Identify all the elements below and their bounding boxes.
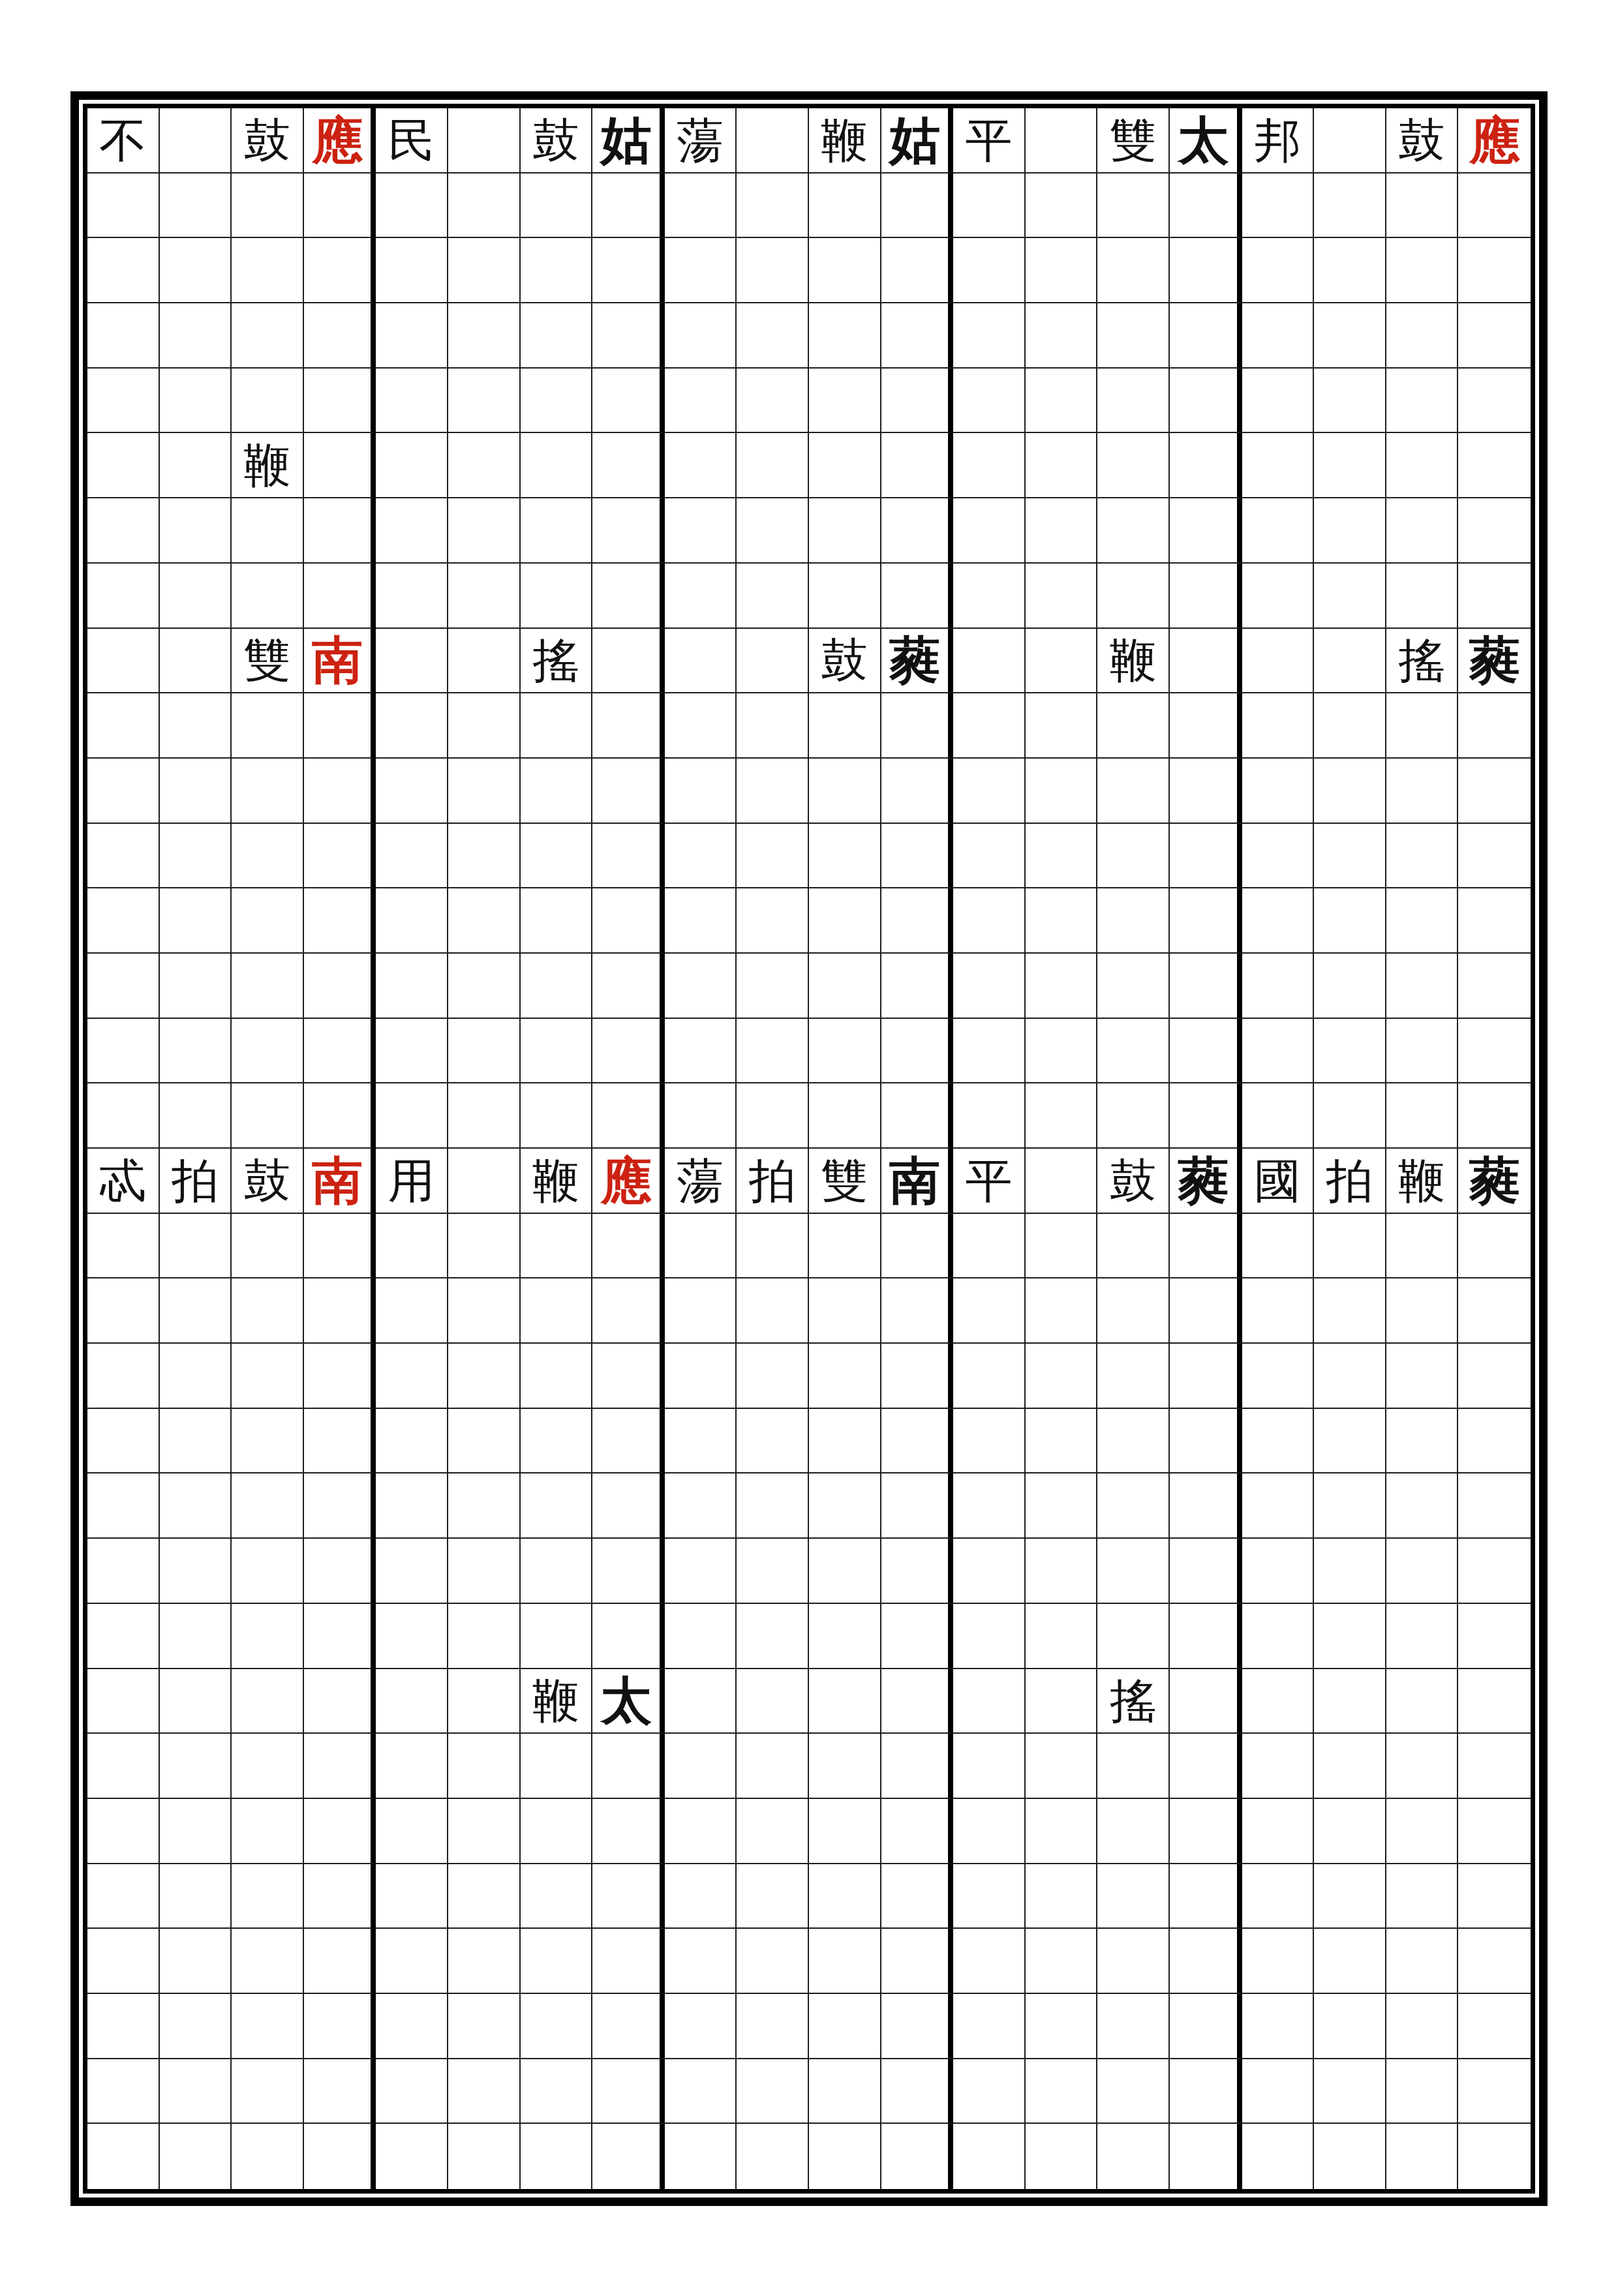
cell-r13-c9 [737,954,809,1019]
cell-r9-c3 [304,693,376,759]
cell-r22-c10 [809,1539,881,1604]
cell-r3-c11 [881,303,954,369]
cell-r12-c7 [592,888,665,954]
cell-r3-c19 [1458,303,1531,369]
cell-r24-c17 [1314,1669,1386,1734]
cell-r19-c10 [809,1344,881,1409]
cell-r17-c11 [881,1214,954,1279]
cell-r12-c18 [1386,888,1459,954]
cell-r11-c2 [232,824,304,889]
cell-r8-c2: 雙 [232,629,304,694]
cell-r3-c2 [232,303,304,369]
cell-r14-c6 [521,1019,593,1084]
cell-r9-c6 [521,693,593,759]
cell-r28-c15 [1170,1929,1242,1994]
cell-r16-c15: 蕤 [1170,1149,1242,1214]
cell-r0-c16: 邦 [1242,108,1315,174]
cell-r24-c3 [304,1669,376,1734]
cell-r0-c5 [448,108,521,174]
cell-r25-c8 [665,1734,737,1799]
cell-r3-c7 [592,303,665,369]
glyph-r0-c14: 雙 [1110,117,1157,164]
cell-r2-c3 [304,238,376,303]
cell-r5-c17 [1314,433,1386,498]
cell-r23-c6 [521,1604,593,1669]
cell-r23-c10 [809,1604,881,1669]
cell-r21-c12 [953,1473,1026,1539]
cell-r11-c6 [521,824,593,889]
cell-r3-c17 [1314,303,1386,369]
cell-r1-c10 [809,174,881,239]
cell-r18-c18 [1386,1278,1459,1344]
cell-r20-c10 [809,1409,881,1474]
cell-r10-c12 [953,759,1026,824]
cell-r15-c15 [1170,1083,1242,1149]
cell-r29-c16 [1242,1994,1315,2059]
cell-r31-c14 [1097,2124,1170,2189]
cell-r22-c0 [87,1539,160,1604]
cell-r8-c6: 搖 [521,629,593,694]
cell-r23-c13 [1026,1604,1098,1669]
cell-r3-c0 [87,303,160,369]
cell-r25-c17 [1314,1734,1386,1799]
cell-r26-c1 [160,1799,232,1864]
cell-r13-c16 [1242,954,1315,1019]
cell-r2-c4 [376,238,448,303]
cell-r5-c13 [1026,433,1098,498]
cell-r12-c15 [1170,888,1242,954]
cell-r21-c16 [1242,1473,1315,1539]
cell-r2-c16 [1242,238,1315,303]
cell-r10-c17 [1314,759,1386,824]
cell-r29-c8 [665,1994,737,2059]
cell-r14-c9 [737,1019,809,1084]
glyph-r0-c16: 邦 [1254,117,1301,164]
cell-r8-c16 [1242,629,1315,694]
glyph-r8-c14: 鞭 [1110,637,1157,684]
cell-r11-c0 [87,824,160,889]
cell-r1-c14 [1097,174,1170,239]
cell-r22-c2 [232,1539,304,1604]
cell-r1-c8 [665,174,737,239]
cell-r8-c9 [737,629,809,694]
cell-r6-c13 [1026,498,1098,564]
cell-r18-c12 [953,1278,1026,1344]
cell-r5-c9 [737,433,809,498]
cell-r21-c6 [521,1473,593,1539]
glyph-r16-c7: 應 [600,1155,651,1206]
cell-r24-c5 [448,1669,521,1734]
cell-r23-c17 [1314,1604,1386,1669]
cell-r8-c12 [953,629,1026,694]
cell-r26-c19 [1458,1799,1531,1864]
cell-r22-c19 [1458,1539,1531,1604]
cell-r28-c3 [304,1929,376,1994]
cell-r9-c15 [1170,693,1242,759]
cell-r21-c5 [448,1473,521,1539]
cell-r26-c15 [1170,1799,1242,1864]
cell-r30-c7 [592,2059,665,2124]
cell-r17-c6 [521,1214,593,1279]
cell-r10-c0 [87,759,160,824]
cell-r26-c9 [737,1799,809,1864]
cell-r17-c13 [1026,1214,1098,1279]
cell-r20-c5 [448,1409,521,1474]
cell-r4-c9 [737,369,809,434]
cell-r29-c18 [1386,1994,1459,2059]
cell-r22-c7 [592,1539,665,1604]
cell-r11-c10 [809,824,881,889]
cell-r8-c1 [160,629,232,694]
cell-r10-c6 [521,759,593,824]
cell-r19-c15 [1170,1344,1242,1409]
cell-r30-c13 [1026,2059,1098,2124]
cell-r4-c3 [304,369,376,434]
cell-r28-c2 [232,1929,304,1994]
cell-r20-c16 [1242,1409,1315,1474]
cell-r18-c5 [448,1278,521,1344]
cell-r8-c14: 鞭 [1097,629,1170,694]
cell-r19-c6 [521,1344,593,1409]
cell-r13-c15 [1170,954,1242,1019]
cell-r23-c11 [881,1604,954,1669]
cell-r19-c17 [1314,1344,1386,1409]
cell-r17-c7 [592,1214,665,1279]
cell-r0-c10: 鞭 [809,108,881,174]
cell-r9-c10 [809,693,881,759]
cell-r4-c7 [592,369,665,434]
cell-r0-c6: 鼓 [521,108,593,174]
cell-r24-c14: 搖 [1097,1669,1170,1734]
cell-r31-c18 [1386,2124,1459,2189]
cell-r13-c12 [953,954,1026,1019]
cell-r5-c18 [1386,433,1459,498]
cell-r7-c13 [1026,564,1098,629]
cell-r20-c9 [737,1409,809,1474]
cell-r14-c10 [809,1019,881,1084]
cell-r15-c1 [160,1083,232,1149]
cell-r24-c16 [1242,1669,1315,1734]
cell-r14-c14 [1097,1019,1170,1084]
cell-r7-c2 [232,564,304,629]
cell-r17-c5 [448,1214,521,1279]
cell-r25-c0 [87,1734,160,1799]
cell-r13-c10 [809,954,881,1019]
cell-r19-c1 [160,1344,232,1409]
cell-r3-c12 [953,303,1026,369]
cell-r25-c6 [521,1734,593,1799]
cell-r27-c14 [1097,1864,1170,1929]
cell-r27-c2 [232,1864,304,1929]
cell-r12-c4 [376,888,448,954]
cell-r6-c14 [1097,498,1170,564]
cell-r6-c17 [1314,498,1386,564]
cell-r11-c16 [1242,824,1315,889]
cell-r31-c0 [87,2124,160,2189]
cell-r8-c0 [87,629,160,694]
glyph-r24-c14: 搖 [1110,1677,1157,1724]
cell-r29-c9 [737,1994,809,2059]
cell-r9-c13 [1026,693,1098,759]
cell-r27-c10 [809,1864,881,1929]
cell-r10-c2 [232,759,304,824]
cell-r28-c6 [521,1929,593,1994]
cell-r18-c7 [592,1278,665,1344]
cell-r26-c0 [87,1799,160,1864]
cell-r14-c17 [1314,1019,1386,1084]
cell-r17-c14 [1097,1214,1170,1279]
cell-r0-c1 [160,108,232,174]
cell-r7-c0 [87,564,160,629]
cell-r22-c11 [881,1539,954,1604]
cell-r17-c3 [304,1214,376,1279]
cell-r25-c15 [1170,1734,1242,1799]
cell-r9-c18 [1386,693,1459,759]
cell-r7-c12 [953,564,1026,629]
cell-r17-c17 [1314,1214,1386,1279]
glyph-r16-c2: 鼓 [243,1157,290,1204]
cell-r0-c18: 鼓 [1386,108,1459,174]
cell-r7-c3 [304,564,376,629]
cell-r11-c11 [881,824,954,889]
cell-r4-c8 [665,369,737,434]
cell-r16-c10: 雙 [809,1149,881,1214]
cell-r19-c4 [376,1344,448,1409]
cell-r30-c1 [160,2059,232,2124]
cell-r10-c13 [1026,759,1098,824]
cell-r23-c2 [232,1604,304,1669]
cell-r28-c16 [1242,1929,1315,1994]
cell-r22-c8 [665,1539,737,1604]
cell-r12-c6 [521,888,593,954]
cell-r23-c7 [592,1604,665,1669]
cell-r14-c7 [592,1019,665,1084]
cell-r16-c16: 國 [1242,1149,1315,1214]
cell-r31-c6 [521,2124,593,2189]
cell-r0-c9 [737,108,809,174]
cell-r6-c2 [232,498,304,564]
cell-r19-c19 [1458,1344,1531,1409]
glyph-r0-c11: 姑 [889,115,940,166]
cell-r3-c15 [1170,303,1242,369]
glyph-r5-c2: 鞭 [243,442,290,489]
cell-r0-c13 [1026,108,1098,174]
cell-r27-c19 [1458,1864,1531,1929]
cell-r19-c13 [1026,1344,1098,1409]
cell-r25-c12 [953,1734,1026,1799]
cell-r12-c14 [1097,888,1170,954]
cell-r6-c16 [1242,498,1315,564]
cell-r14-c15 [1170,1019,1242,1084]
cell-r9-c11 [881,693,954,759]
cell-r11-c15 [1170,824,1242,889]
cell-r23-c19 [1458,1604,1531,1669]
cell-r4-c2 [232,369,304,434]
cell-r19-c8 [665,1344,737,1409]
cell-r5-c19 [1458,433,1531,498]
cell-r25-c14 [1097,1734,1170,1799]
cell-r19-c0 [87,1344,160,1409]
glyph-r16-c15: 蕤 [1178,1155,1229,1206]
cell-r10-c8 [665,759,737,824]
cell-r28-c11 [881,1929,954,1994]
cell-r31-c17 [1314,2124,1386,2189]
cell-r10-c11 [881,759,954,824]
cell-r16-c12: 平 [953,1149,1026,1214]
cell-r1-c15 [1170,174,1242,239]
cell-r8-c4 [376,629,448,694]
glyph-r0-c3: 應 [312,115,363,166]
cell-r21-c0 [87,1473,160,1539]
cell-r25-c18 [1386,1734,1459,1799]
cell-r16-c2: 鼓 [232,1149,304,1214]
glyph-r16-c18: 鞭 [1398,1157,1445,1204]
cell-r28-c4 [376,1929,448,1994]
cell-r10-c18 [1386,759,1459,824]
cell-r23-c15 [1170,1604,1242,1669]
glyph-r0-c0: 不 [99,117,146,164]
glyph-r0-c15: 太 [1178,115,1229,166]
cell-r8-c19: 蕤 [1458,629,1531,694]
cell-r11-c4 [376,824,448,889]
cell-r28-c10 [809,1929,881,1994]
cell-r28-c18 [1386,1929,1459,1994]
cell-r9-c4 [376,693,448,759]
cell-r26-c12 [953,1799,1026,1864]
cell-r0-c15: 太 [1170,108,1242,174]
cell-r9-c0 [87,693,160,759]
glyph-r16-c0: 忒 [99,1157,146,1204]
cell-r5-c4 [376,433,448,498]
cell-r8-c10: 鼓 [809,629,881,694]
cell-r17-c9 [737,1214,809,1279]
cell-r30-c8 [665,2059,737,2124]
cell-r4-c12 [953,369,1026,434]
cell-r19-c14 [1097,1344,1170,1409]
cell-r3-c1 [160,303,232,369]
cell-r29-c14 [1097,1994,1170,2059]
cell-r1-c3 [304,174,376,239]
cell-r15-c12 [953,1083,1026,1149]
cell-r7-c4 [376,564,448,629]
cell-r17-c0 [87,1214,160,1279]
cell-r27-c3 [304,1864,376,1929]
cell-r28-c7 [592,1929,665,1994]
cell-r15-c17 [1314,1083,1386,1149]
glyph-r16-c12: 平 [965,1157,1012,1204]
cell-r28-c9 [737,1929,809,1994]
cell-r21-c13 [1026,1473,1098,1539]
cell-r22-c17 [1314,1539,1386,1604]
cell-r16-c3: 南 [304,1149,376,1214]
cell-r13-c3 [304,954,376,1019]
cell-r7-c14 [1097,564,1170,629]
cell-r2-c12 [953,238,1026,303]
cell-r26-c14 [1097,1799,1170,1864]
glyph-r8-c6: 搖 [532,637,579,684]
cell-r8-c11: 蕤 [881,629,954,694]
cell-r0-c11: 姑 [881,108,954,174]
cell-r26-c16 [1242,1799,1315,1864]
cell-r1-c2 [232,174,304,239]
cell-r2-c10 [809,238,881,303]
cell-r7-c11 [881,564,954,629]
cell-r15-c19 [1458,1083,1531,1149]
cell-r31-c13 [1026,2124,1098,2189]
cell-r4-c19 [1458,369,1531,434]
cell-r5-c5 [448,433,521,498]
cell-r1-c13 [1026,174,1098,239]
cell-r29-c13 [1026,1994,1098,2059]
cell-r0-c8: 蕩 [665,108,737,174]
cell-r9-c17 [1314,693,1386,759]
cell-r24-c12 [953,1669,1026,1734]
cell-r1-c7 [592,174,665,239]
cell-r27-c18 [1386,1864,1459,1929]
cell-r31-c19 [1458,2124,1531,2189]
cell-r5-c12 [953,433,1026,498]
cell-r31-c4 [376,2124,448,2189]
cell-r8-c8 [665,629,737,694]
cell-r21-c15 [1170,1473,1242,1539]
cell-r18-c3 [304,1278,376,1344]
cell-r20-c14 [1097,1409,1170,1474]
cell-r31-c1 [160,2124,232,2189]
cell-r29-c4 [376,1994,448,2059]
cell-r3-c3 [304,303,376,369]
cell-r30-c5 [448,2059,521,2124]
cell-r19-c9 [737,1344,809,1409]
cell-r12-c19 [1458,888,1531,954]
cell-r10-c15 [1170,759,1242,824]
cell-r25-c7 [592,1734,665,1799]
cell-r24-c7: 太 [592,1669,665,1734]
cell-r11-c3 [304,824,376,889]
cell-r4-c4 [376,369,448,434]
cell-r16-c1: 拍 [160,1149,232,1214]
cell-r23-c18 [1386,1604,1459,1669]
cell-r22-c15 [1170,1539,1242,1604]
cell-r6-c12 [953,498,1026,564]
cell-r26-c2 [232,1799,304,1864]
cell-r5-c6 [521,433,593,498]
cell-r29-c19 [1458,1994,1531,2059]
cell-r20-c11 [881,1409,954,1474]
cell-r6-c15 [1170,498,1242,564]
cell-r8-c7 [592,629,665,694]
cell-r6-c10 [809,498,881,564]
cell-r25-c5 [448,1734,521,1799]
cell-r0-c7: 姑 [592,108,665,174]
cell-r21-c2 [232,1473,304,1539]
cell-r21-c7 [592,1473,665,1539]
cell-r17-c4 [376,1214,448,1279]
cell-r3-c16 [1242,303,1315,369]
cell-r2-c18 [1386,238,1459,303]
cell-r20-c17 [1314,1409,1386,1474]
cell-r25-c9 [737,1734,809,1799]
cell-r30-c18 [1386,2059,1459,2124]
cell-r7-c7 [592,564,665,629]
cell-r24-c13 [1026,1669,1098,1734]
cell-r26-c4 [376,1799,448,1864]
cell-r4-c14 [1097,369,1170,434]
cell-r9-c9 [737,693,809,759]
cell-r6-c6 [521,498,593,564]
glyph-r24-c7: 太 [600,1675,651,1726]
cell-r0-c19: 應 [1458,108,1531,174]
cell-r31-c12 [953,2124,1026,2189]
